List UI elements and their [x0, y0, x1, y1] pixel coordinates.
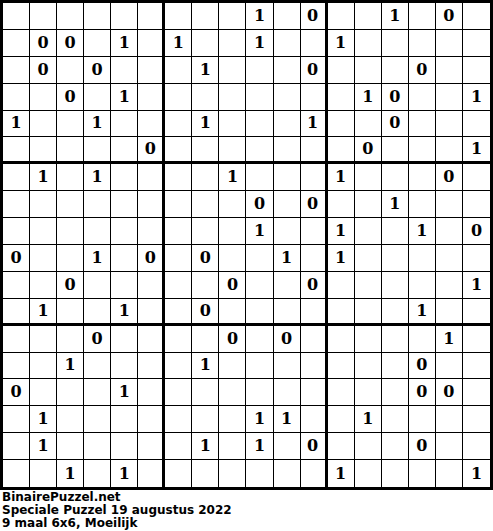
- cell-r4c2[interactable]: [30, 84, 57, 111]
- cell-r14c8-given: 1: [192, 353, 219, 380]
- cell-r14c11[interactable]: [274, 353, 301, 380]
- cell-r5c10[interactable]: [246, 111, 273, 138]
- cell-r4c11[interactable]: [274, 84, 301, 111]
- cell-r11c5[interactable]: [111, 272, 138, 299]
- cell-r5c16[interactable]: [409, 111, 436, 138]
- cell-r11c9-given: 0: [219, 272, 246, 299]
- cell-r15c2[interactable]: [30, 379, 57, 406]
- cell-r11c13[interactable]: [328, 272, 355, 299]
- cell-r2c15[interactable]: [382, 30, 409, 57]
- cell-r14c7[interactable]: [165, 353, 192, 380]
- cell-r7c3[interactable]: [57, 164, 84, 191]
- cell-r8c8[interactable]: [192, 191, 219, 218]
- cell-r17c9[interactable]: [219, 433, 246, 460]
- cell-r10c5[interactable]: [111, 245, 138, 272]
- cell-r10c12[interactable]: [301, 245, 328, 272]
- cell-r15c16-given: 0: [409, 379, 436, 406]
- cell-r16c12[interactable]: [301, 406, 328, 433]
- cell-r7c13-given: 1: [328, 164, 355, 191]
- cell-r2c13-given: 1: [328, 30, 355, 57]
- cell-r10c9[interactable]: [219, 245, 246, 272]
- cell-r3c13[interactable]: [328, 57, 355, 84]
- cell-r6c4[interactable]: [84, 137, 111, 164]
- cell-r9c9[interactable]: [219, 218, 246, 245]
- cell-r15c6[interactable]: [138, 379, 165, 406]
- cell-r17c11[interactable]: [274, 433, 301, 460]
- cell-r6c17[interactable]: [436, 137, 463, 164]
- cell-r16c13[interactable]: [328, 406, 355, 433]
- cell-r1c12-given: 0: [301, 3, 328, 30]
- cell-r3c10[interactable]: [246, 57, 273, 84]
- cell-r16c15[interactable]: [382, 406, 409, 433]
- cell-r3c5[interactable]: [111, 57, 138, 84]
- cell-r7c11[interactable]: [274, 164, 301, 191]
- cell-r10c15[interactable]: [382, 245, 409, 272]
- cell-r9c3[interactable]: [57, 218, 84, 245]
- cell-r12c12[interactable]: [301, 299, 328, 326]
- cell-r9c17[interactable]: [436, 218, 463, 245]
- cell-r11c16[interactable]: [409, 272, 436, 299]
- cell-r1c16[interactable]: [409, 3, 436, 30]
- cell-r2c16[interactable]: [409, 30, 436, 57]
- cell-r2c11[interactable]: [274, 30, 301, 57]
- cell-r18c5-given: 1: [111, 460, 138, 487]
- cell-r11c14[interactable]: [355, 272, 382, 299]
- cell-r2c6[interactable]: [138, 30, 165, 57]
- cell-r10c10[interactable]: [246, 245, 273, 272]
- cell-r5c18[interactable]: [463, 111, 490, 138]
- cell-r16c11-given: 1: [274, 406, 301, 433]
- cell-r2c4[interactable]: [84, 30, 111, 57]
- cell-r6c15[interactable]: [382, 137, 409, 164]
- cell-r13c6[interactable]: [138, 326, 165, 353]
- cell-r2c3-given: 0: [57, 30, 84, 57]
- cell-r7c4-given: 1: [84, 164, 111, 191]
- cell-r9c8[interactable]: [192, 218, 219, 245]
- cell-r1c3[interactable]: [57, 3, 84, 30]
- cell-r14c4[interactable]: [84, 353, 111, 380]
- cell-r1c5[interactable]: [111, 3, 138, 30]
- cell-r18c12[interactable]: [301, 460, 328, 487]
- cell-r16c4[interactable]: [84, 406, 111, 433]
- cell-r13c2[interactable]: [30, 326, 57, 353]
- cell-r13c4-given: 0: [84, 326, 111, 353]
- cell-r8c7[interactable]: [165, 191, 192, 218]
- cell-r18c17[interactable]: [436, 460, 463, 487]
- cell-r2c9[interactable]: [219, 30, 246, 57]
- cell-r15c11[interactable]: [274, 379, 301, 406]
- cell-r14c2[interactable]: [30, 353, 57, 380]
- cell-r9c16-given: 1: [409, 218, 436, 245]
- cell-r8c2[interactable]: [30, 191, 57, 218]
- cell-r15c9[interactable]: [219, 379, 246, 406]
- cell-r15c4[interactable]: [84, 379, 111, 406]
- cell-r1c4[interactable]: [84, 3, 111, 30]
- cell-r4c8[interactable]: [192, 84, 219, 111]
- cell-r11c3-given: 0: [57, 272, 84, 299]
- cell-r1c13[interactable]: [328, 3, 355, 30]
- cell-r10c4-given: 1: [84, 245, 111, 272]
- cell-r12c5-given: 1: [111, 299, 138, 326]
- cell-r5c11[interactable]: [274, 111, 301, 138]
- cell-r14c12[interactable]: [301, 353, 328, 380]
- cell-r3c8-given: 1: [192, 57, 219, 84]
- cell-r14c14[interactable]: [355, 353, 382, 380]
- cell-r8c11[interactable]: [274, 191, 301, 218]
- cell-r12c10[interactable]: [246, 299, 273, 326]
- cell-r4c17[interactable]: [436, 84, 463, 111]
- cell-r15c12[interactable]: [301, 379, 328, 406]
- cell-r18c15[interactable]: [382, 460, 409, 487]
- cell-r4c16[interactable]: [409, 84, 436, 111]
- cell-r14c17[interactable]: [436, 353, 463, 380]
- cell-r3c17[interactable]: [436, 57, 463, 84]
- cell-r18c6[interactable]: [138, 460, 165, 487]
- cell-r1c9[interactable]: [219, 3, 246, 30]
- cell-r15c18[interactable]: [463, 379, 490, 406]
- cell-r4c18-given: 1: [463, 84, 490, 111]
- cell-r8c15-given: 1: [382, 191, 409, 218]
- cell-r9c5[interactable]: [111, 218, 138, 245]
- cell-r4c6[interactable]: [138, 84, 165, 111]
- cell-r6c8[interactable]: [192, 137, 219, 164]
- cell-r3c6[interactable]: [138, 57, 165, 84]
- cell-r5c12-given: 1: [301, 111, 328, 138]
- cell-r2c2-given: 0: [30, 30, 57, 57]
- cell-r8c4[interactable]: [84, 191, 111, 218]
- cell-r18c11[interactable]: [274, 460, 301, 487]
- cell-r7c7[interactable]: [165, 164, 192, 191]
- cell-r7c18[interactable]: [463, 164, 490, 191]
- cell-r6c16[interactable]: [409, 137, 436, 164]
- cell-r10c14[interactable]: [355, 245, 382, 272]
- cell-r7c5[interactable]: [111, 164, 138, 191]
- cell-r18c4[interactable]: [84, 460, 111, 487]
- cell-r16c16[interactable]: [409, 406, 436, 433]
- cell-r17c13[interactable]: [328, 433, 355, 460]
- cell-r4c3-given: 0: [57, 84, 84, 111]
- cell-r2c17[interactable]: [436, 30, 463, 57]
- cell-r7c2-given: 1: [30, 164, 57, 191]
- cell-r5c6[interactable]: [138, 111, 165, 138]
- cell-r14c3-given: 1: [57, 353, 84, 380]
- cell-r13c3[interactable]: [57, 326, 84, 353]
- cell-r18c2[interactable]: [30, 460, 57, 487]
- cell-r9c18-given: 0: [463, 218, 490, 245]
- cell-r5c7[interactable]: [165, 111, 192, 138]
- cell-r1c10-given: 1: [246, 3, 273, 30]
- cell-r14c18[interactable]: [463, 353, 490, 380]
- cell-r10c7[interactable]: [165, 245, 192, 272]
- cell-r5c5[interactable]: [111, 111, 138, 138]
- cell-r14c15[interactable]: [382, 353, 409, 380]
- cell-r12c15[interactable]: [382, 299, 409, 326]
- cell-r17c14[interactable]: [355, 433, 382, 460]
- cell-r8c17[interactable]: [436, 191, 463, 218]
- cell-r9c14[interactable]: [355, 218, 382, 245]
- cell-r2c12[interactable]: [301, 30, 328, 57]
- cell-r17c7[interactable]: [165, 433, 192, 460]
- cell-r11c8[interactable]: [192, 272, 219, 299]
- cell-r5c2[interactable]: [30, 111, 57, 138]
- cell-r15c14[interactable]: [355, 379, 382, 406]
- cell-r2c18[interactable]: [463, 30, 490, 57]
- cell-r9c15[interactable]: [382, 218, 409, 245]
- cell-r12c14[interactable]: [355, 299, 382, 326]
- cell-r1c1[interactable]: [3, 3, 30, 30]
- cell-r5c3[interactable]: [57, 111, 84, 138]
- cell-r16c5[interactable]: [111, 406, 138, 433]
- cell-r13c9-given: 0: [219, 326, 246, 353]
- cell-r8c13[interactable]: [328, 191, 355, 218]
- cell-r18c1[interactable]: [3, 460, 30, 487]
- cell-r7c12[interactable]: [301, 164, 328, 191]
- cell-r2c1[interactable]: [3, 30, 30, 57]
- cell-r10c11-given: 1: [274, 245, 301, 272]
- cell-r17c18[interactable]: [463, 433, 490, 460]
- cell-r14c1[interactable]: [3, 353, 30, 380]
- cell-r8c3[interactable]: [57, 191, 84, 218]
- cell-r12c16-given: 1: [409, 299, 436, 326]
- cell-r5c15-given: 0: [382, 111, 409, 138]
- cell-r7c14[interactable]: [355, 164, 382, 191]
- cell-r2c10-given: 1: [246, 30, 273, 57]
- cell-r12c9[interactable]: [219, 299, 246, 326]
- cell-r10c16[interactable]: [409, 245, 436, 272]
- cell-r14c6[interactable]: [138, 353, 165, 380]
- cell-r18c8[interactable]: [192, 460, 219, 487]
- cell-r7c9-given: 1: [219, 164, 246, 191]
- cell-r14c13[interactable]: [328, 353, 355, 380]
- cell-r12c17[interactable]: [436, 299, 463, 326]
- cell-r12c11[interactable]: [274, 299, 301, 326]
- cell-r7c15[interactable]: [382, 164, 409, 191]
- cell-r13c5[interactable]: [111, 326, 138, 353]
- cell-r16c3[interactable]: [57, 406, 84, 433]
- cell-r16c7[interactable]: [165, 406, 192, 433]
- cell-r5c17[interactable]: [436, 111, 463, 138]
- cell-r6c1[interactable]: [3, 137, 30, 164]
- cell-r6c5[interactable]: [111, 137, 138, 164]
- cell-r17c17[interactable]: [436, 433, 463, 460]
- cell-r7c1[interactable]: [3, 164, 30, 191]
- cell-r1c2[interactable]: [30, 3, 57, 30]
- cell-r8c16[interactable]: [409, 191, 436, 218]
- cell-r9c13-given: 1: [328, 218, 355, 245]
- cell-r13c10[interactable]: [246, 326, 273, 353]
- cell-r4c1[interactable]: [3, 84, 30, 111]
- cell-r11c7[interactable]: [165, 272, 192, 299]
- cell-r1c18[interactable]: [463, 3, 490, 30]
- cell-r4c10[interactable]: [246, 84, 273, 111]
- cell-r5c14[interactable]: [355, 111, 382, 138]
- cell-r16c1[interactable]: [3, 406, 30, 433]
- cell-r12c7[interactable]: [165, 299, 192, 326]
- cell-r2c5-given: 1: [111, 30, 138, 57]
- cell-r9c6[interactable]: [138, 218, 165, 245]
- cell-r3c3[interactable]: [57, 57, 84, 84]
- footer: BinairePuzzel.net Speciale Puzzel 19 aug…: [0, 490, 493, 530]
- cell-r4c13[interactable]: [328, 84, 355, 111]
- cell-r13c15[interactable]: [382, 326, 409, 353]
- cell-r6c10[interactable]: [246, 137, 273, 164]
- cell-r16c17[interactable]: [436, 406, 463, 433]
- cell-r11c15[interactable]: [382, 272, 409, 299]
- cell-r18c16[interactable]: [409, 460, 436, 487]
- cell-r17c4[interactable]: [84, 433, 111, 460]
- cell-r11c17[interactable]: [436, 272, 463, 299]
- cell-r9c10-given: 1: [246, 218, 273, 245]
- cell-r6c13[interactable]: [328, 137, 355, 164]
- cell-r13c1[interactable]: [3, 326, 30, 353]
- cell-r3c1[interactable]: [3, 57, 30, 84]
- cell-r1c11[interactable]: [274, 3, 301, 30]
- cell-r13c7[interactable]: [165, 326, 192, 353]
- cell-r6c3[interactable]: [57, 137, 84, 164]
- cell-r13c13[interactable]: [328, 326, 355, 353]
- cell-r17c3[interactable]: [57, 433, 84, 460]
- cell-r3c18[interactable]: [463, 57, 490, 84]
- cell-r1c14[interactable]: [355, 3, 382, 30]
- cell-r8c6[interactable]: [138, 191, 165, 218]
- cell-r8c9[interactable]: [219, 191, 246, 218]
- cell-r5c9[interactable]: [219, 111, 246, 138]
- cell-r6c9[interactable]: [219, 137, 246, 164]
- cell-r1c15-given: 1: [382, 3, 409, 30]
- cell-r3c2-given: 0: [30, 57, 57, 84]
- cell-r3c11[interactable]: [274, 57, 301, 84]
- cell-r15c5-given: 1: [111, 379, 138, 406]
- cell-r9c1[interactable]: [3, 218, 30, 245]
- cell-r17c5[interactable]: [111, 433, 138, 460]
- cell-r13c14[interactable]: [355, 326, 382, 353]
- cell-r4c7[interactable]: [165, 84, 192, 111]
- cell-r5c13[interactable]: [328, 111, 355, 138]
- cell-r3c9[interactable]: [219, 57, 246, 84]
- cell-r9c7[interactable]: [165, 218, 192, 245]
- cell-r12c2-given: 1: [30, 299, 57, 326]
- cell-r13c8[interactable]: [192, 326, 219, 353]
- cell-r5c1-given: 1: [3, 111, 30, 138]
- cell-r15c3[interactable]: [57, 379, 84, 406]
- cell-r15c13[interactable]: [328, 379, 355, 406]
- cell-r6c7[interactable]: [165, 137, 192, 164]
- cell-r10c3[interactable]: [57, 245, 84, 272]
- cell-r9c11[interactable]: [274, 218, 301, 245]
- cell-r2c14[interactable]: [355, 30, 382, 57]
- cell-r3c12-given: 0: [301, 57, 328, 84]
- cell-r4c4[interactable]: [84, 84, 111, 111]
- cell-r10c2[interactable]: [30, 245, 57, 272]
- cell-r3c16-given: 0: [409, 57, 436, 84]
- cell-r3c14[interactable]: [355, 57, 382, 84]
- cell-r11c4[interactable]: [84, 272, 111, 299]
- cell-r4c12[interactable]: [301, 84, 328, 111]
- cell-r1c7[interactable]: [165, 3, 192, 30]
- cell-r16c18[interactable]: [463, 406, 490, 433]
- cell-r4c9[interactable]: [219, 84, 246, 111]
- cell-r8c14[interactable]: [355, 191, 382, 218]
- cell-r15c15[interactable]: [382, 379, 409, 406]
- cell-r16c8[interactable]: [192, 406, 219, 433]
- cell-r2c8[interactable]: [192, 30, 219, 57]
- cell-r15c8[interactable]: [192, 379, 219, 406]
- cell-r18c7[interactable]: [165, 460, 192, 487]
- cell-r12c18[interactable]: [463, 299, 490, 326]
- cell-r7c16[interactable]: [409, 164, 436, 191]
- cell-r6c6-given: 0: [138, 137, 165, 164]
- cell-r17c1[interactable]: [3, 433, 30, 460]
- cell-r11c2[interactable]: [30, 272, 57, 299]
- cell-r12c8-given: 0: [192, 299, 219, 326]
- cell-r15c7[interactable]: [165, 379, 192, 406]
- cell-r12c6[interactable]: [138, 299, 165, 326]
- cell-r3c7[interactable]: [165, 57, 192, 84]
- cell-r13c12[interactable]: [301, 326, 328, 353]
- cell-r8c5[interactable]: [111, 191, 138, 218]
- cell-r10c17[interactable]: [436, 245, 463, 272]
- cell-r6c12[interactable]: [301, 137, 328, 164]
- cell-r11c11[interactable]: [274, 272, 301, 299]
- cell-r6c18-given: 1: [463, 137, 490, 164]
- cell-r11c6[interactable]: [138, 272, 165, 299]
- cell-r12c4[interactable]: [84, 299, 111, 326]
- cell-r8c18[interactable]: [463, 191, 490, 218]
- cell-r16c6[interactable]: [138, 406, 165, 433]
- cell-r12c1[interactable]: [3, 299, 30, 326]
- cell-r7c10[interactable]: [246, 164, 273, 191]
- cell-r6c11[interactable]: [274, 137, 301, 164]
- cell-r14c5[interactable]: [111, 353, 138, 380]
- cell-r9c12[interactable]: [301, 218, 328, 245]
- cell-r8c1[interactable]: [3, 191, 30, 218]
- cell-r16c9[interactable]: [219, 406, 246, 433]
- cell-r18c10[interactable]: [246, 460, 273, 487]
- cell-r14c16-given: 0: [409, 353, 436, 380]
- cell-r2c7-given: 1: [165, 30, 192, 57]
- puzzle-page: 1010001111001000110111110001111100011110…: [0, 0, 493, 531]
- cell-r1c6[interactable]: [138, 3, 165, 30]
- cell-r7c6[interactable]: [138, 164, 165, 191]
- puzzle-subtitle: 9 maal 6x6, Moeilijk: [2, 517, 493, 530]
- cell-r12c13[interactable]: [328, 299, 355, 326]
- cell-r11c1[interactable]: [3, 272, 30, 299]
- cell-r13c18[interactable]: [463, 326, 490, 353]
- cell-r12c3[interactable]: [57, 299, 84, 326]
- cell-r9c2[interactable]: [30, 218, 57, 245]
- cell-r1c8[interactable]: [192, 3, 219, 30]
- cell-r11c10[interactable]: [246, 272, 273, 299]
- cell-r17c8-given: 1: [192, 433, 219, 460]
- cell-r7c8[interactable]: [192, 164, 219, 191]
- cell-r13c16[interactable]: [409, 326, 436, 353]
- cell-r15c10[interactable]: [246, 379, 273, 406]
- cell-r10c18[interactable]: [463, 245, 490, 272]
- cell-r17c15[interactable]: [382, 433, 409, 460]
- cell-r6c2[interactable]: [30, 137, 57, 164]
- cell-r10c6-given: 0: [138, 245, 165, 272]
- cell-r17c6[interactable]: [138, 433, 165, 460]
- cell-r5c8-given: 1: [192, 111, 219, 138]
- cell-r18c13-given: 1: [328, 460, 355, 487]
- cell-r14c10[interactable]: [246, 353, 273, 380]
- cell-r14c9[interactable]: [219, 353, 246, 380]
- cell-r9c4[interactable]: [84, 218, 111, 245]
- cell-r18c14[interactable]: [355, 460, 382, 487]
- cell-r4c14-given: 1: [355, 84, 382, 111]
- cell-r18c9[interactable]: [219, 460, 246, 487]
- cell-r3c15[interactable]: [382, 57, 409, 84]
